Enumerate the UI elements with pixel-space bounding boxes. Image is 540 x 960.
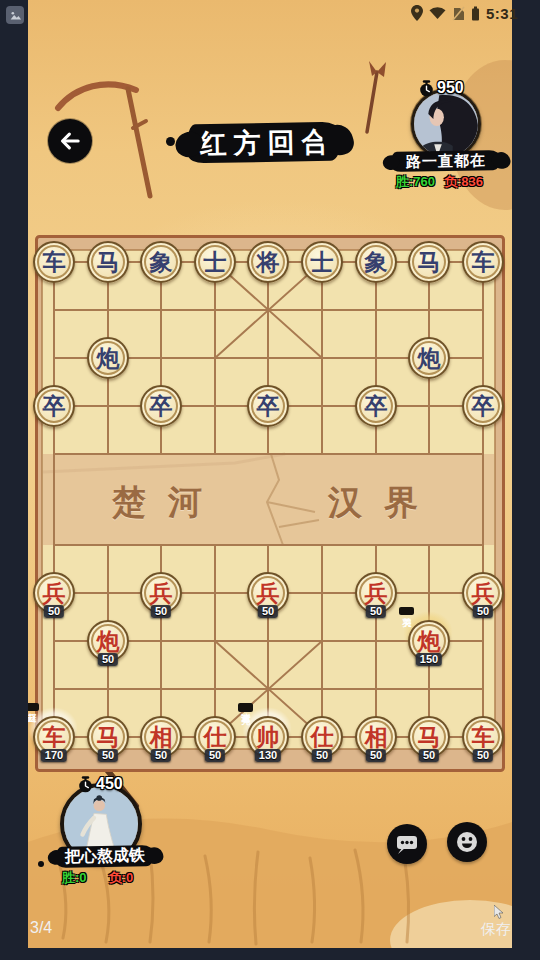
piece-red-炮[interactable]: 炮50 — [87, 620, 129, 662]
ink-dot — [166, 137, 175, 146]
piece-red-兵[interactable]: 兵50 — [247, 572, 289, 614]
piece-value-badge: 50 — [473, 605, 493, 618]
chat-button[interactable] — [387, 824, 427, 864]
piece-glyph: 车 — [462, 241, 504, 283]
app-screen: 5:31 红方回合 950 路一直都在 — [0, 0, 540, 960]
piece-glyph: 象 — [355, 241, 397, 283]
arrow-left-icon — [55, 126, 85, 156]
piece-glyph: 炮 — [87, 337, 129, 379]
notification-image-icon — [6, 6, 24, 24]
piece-glyph: 卒 — [462, 385, 504, 427]
piece-red-车[interactable]: 车50 — [462, 716, 504, 758]
river-label-right: 汉界 — [328, 480, 440, 526]
piece-skin-banner: 关羽 — [399, 607, 414, 615]
piece-value-badge: 50 — [151, 749, 171, 762]
piece-value-badge: 50 — [366, 605, 386, 618]
player-timer-value: 450 — [96, 775, 123, 793]
piece-red-兵[interactable]: 兵50 — [462, 572, 504, 614]
save-button[interactable]: 保存 — [481, 920, 511, 939]
piece-black-马[interactable]: 马 — [87, 241, 129, 283]
player-wins: 胜:0 — [62, 869, 87, 887]
opponent-name-banner: 路一直都在 — [391, 150, 501, 172]
piece-red-兵[interactable]: 兵50 — [140, 572, 182, 614]
player-name: 把心熬成铁 — [65, 845, 145, 867]
piece-glyph: 卒 — [247, 385, 289, 427]
wifi-icon — [429, 7, 446, 19]
piece-black-卒[interactable]: 卒 — [462, 385, 504, 427]
player-losses: 负:0 — [109, 869, 134, 887]
piece-black-炮[interactable]: 炮 — [87, 337, 129, 379]
location-icon — [411, 5, 423, 21]
piece-black-将[interactable]: 将 — [247, 241, 289, 283]
letterbox-left — [0, 0, 28, 960]
piece-red-马[interactable]: 马50 — [408, 716, 450, 758]
stopwatch-icon — [78, 776, 93, 793]
battery-icon — [471, 6, 480, 21]
smiley-face-icon — [453, 828, 481, 856]
back-button[interactable] — [48, 119, 92, 163]
piece-glyph: 卒 — [140, 385, 182, 427]
river-label-left: 楚河 — [112, 480, 224, 526]
status-bar: 5:31 — [0, 0, 540, 26]
piece-black-士[interactable]: 士 — [194, 241, 236, 283]
piece-value-badge: 50 — [419, 749, 439, 762]
piece-value-badge: 50 — [151, 605, 171, 618]
piece-black-象[interactable]: 象 — [355, 241, 397, 283]
piece-glyph: 士 — [194, 241, 236, 283]
piece-black-象[interactable]: 象 — [140, 241, 182, 283]
chat-bubble-icon — [393, 830, 421, 858]
turn-banner-label: 红方回合 — [192, 123, 336, 161]
piece-value-badge: 150 — [416, 653, 442, 666]
stopwatch-icon — [419, 80, 434, 97]
piece-glyph: 将 — [247, 241, 289, 283]
piece-red-帅[interactable]: 诸葛亮帅130 — [247, 716, 289, 758]
piece-value-badge: 50 — [98, 653, 118, 666]
opponent-timer-value: 950 — [437, 79, 464, 97]
piece-value-badge: 50 — [258, 605, 278, 618]
emoji-button[interactable] — [447, 822, 487, 862]
opponent-avatar-photo — [414, 92, 478, 156]
no-sim-icon — [452, 6, 465, 21]
piece-black-卒[interactable]: 卒 — [140, 385, 182, 427]
piece-glyph: 卒 — [33, 385, 75, 427]
piece-value-badge: 50 — [44, 605, 64, 618]
piece-red-炮[interactable]: 关羽炮150 — [408, 620, 450, 662]
player-stats: 胜:0 负:0 — [62, 869, 133, 887]
piece-skin-banner: 诸葛亮 — [238, 703, 253, 712]
piece-glyph: 象 — [140, 241, 182, 283]
move-page-indicator: 3/4 — [30, 919, 52, 937]
player-timer: 450 — [78, 775, 123, 793]
piece-value-badge: 50 — [366, 749, 386, 762]
piece-glyph: 卒 — [355, 385, 397, 427]
ink-dot — [38, 861, 44, 867]
opponent-wins: 胜:760 — [396, 173, 435, 191]
piece-value-badge: 50 — [205, 749, 225, 762]
piece-value-badge: 130 — [255, 749, 281, 762]
piece-value-badge: 50 — [312, 749, 332, 762]
player-name-banner: 把心熬成铁 — [56, 845, 154, 868]
piece-red-马[interactable]: 马50 — [87, 716, 129, 758]
letterbox-right — [512, 0, 540, 960]
piece-glyph: 炮 — [408, 337, 450, 379]
opponent-timer: 950 — [419, 79, 464, 97]
piece-red-车[interactable]: 赵云车170 — [33, 716, 75, 758]
piece-red-兵[interactable]: 兵50 — [33, 572, 75, 614]
opponent-avatar[interactable] — [411, 89, 481, 159]
piece-red-兵[interactable]: 兵50 — [355, 572, 397, 614]
letterbox-bottom — [0, 948, 540, 960]
piece-red-相[interactable]: 相50 — [355, 716, 397, 758]
mouse-cursor-icon — [494, 905, 505, 919]
opponent-name: 路一直都在 — [406, 151, 486, 171]
piece-value-badge: 50 — [98, 749, 118, 762]
piece-glyph: 马 — [87, 241, 129, 283]
piece-red-相[interactable]: 相50 — [140, 716, 182, 758]
piece-black-马[interactable]: 马 — [408, 241, 450, 283]
piece-black-士[interactable]: 士 — [301, 241, 343, 283]
piece-black-卒[interactable]: 卒 — [355, 385, 397, 427]
piece-glyph: 车 — [33, 241, 75, 283]
turn-banner: 红方回合 — [188, 122, 341, 164]
piece-value-badge: 50 — [473, 749, 493, 762]
piece-value-badge: 170 — [41, 749, 67, 762]
opponent-stats: 胜:760 负:836 — [396, 173, 483, 191]
piece-black-车[interactable]: 车 — [33, 241, 75, 283]
piece-glyph: 马 — [408, 241, 450, 283]
piece-red-仕[interactable]: 仕50 — [194, 716, 236, 758]
piece-black-炮[interactable]: 炮 — [408, 337, 450, 379]
piece-black-车[interactable]: 车 — [462, 241, 504, 283]
status-time: 5:31 — [486, 5, 518, 22]
piece-black-卒[interactable]: 卒 — [33, 385, 75, 427]
piece-red-仕[interactable]: 仕50 — [301, 716, 343, 758]
piece-glyph: 士 — [301, 241, 343, 283]
opponent-losses: 负:836 — [444, 173, 483, 191]
piece-black-卒[interactable]: 卒 — [247, 385, 289, 427]
